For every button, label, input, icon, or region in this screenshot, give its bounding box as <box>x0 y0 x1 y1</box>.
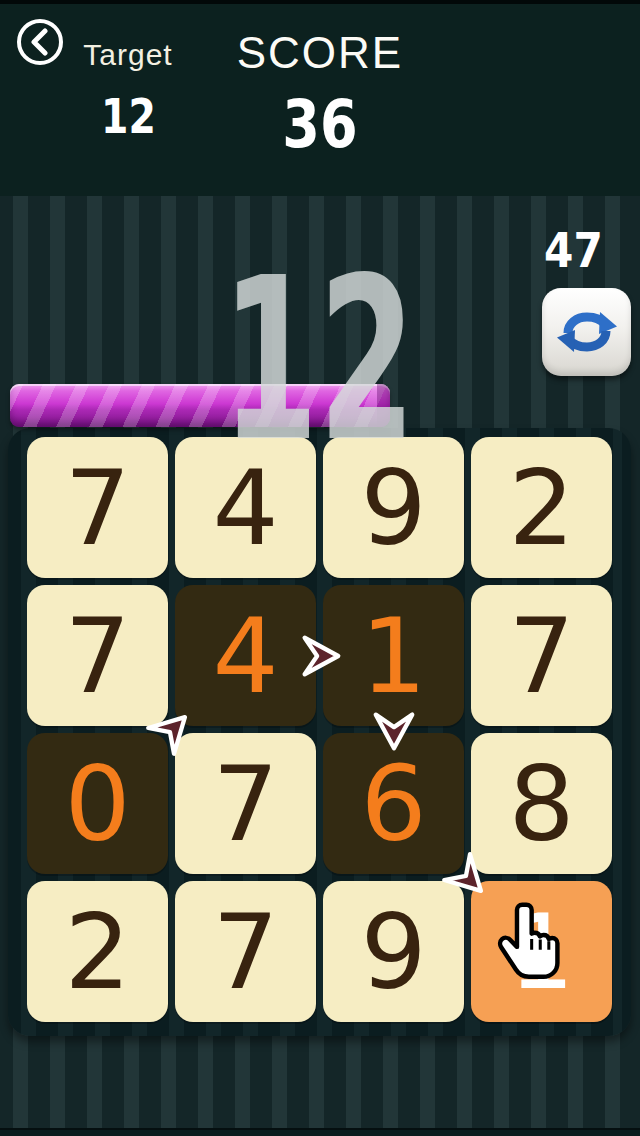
target-label: Target <box>50 38 206 72</box>
tile-r1c4[interactable]: 2 <box>471 437 612 578</box>
refresh-icon <box>554 300 620 364</box>
tile-r2c3[interactable]: 1 <box>323 585 464 726</box>
tile-r1c2[interactable]: 4 <box>175 437 316 578</box>
chevron-left-icon <box>28 28 52 56</box>
top-edge-line <box>0 0 640 4</box>
score-group: SCORE 36 <box>215 28 425 163</box>
board-grid: 7492741707682791 <box>27 437 612 1022</box>
target-value: 12 <box>50 88 206 144</box>
tile-r2c1[interactable]: 7 <box>27 585 168 726</box>
tile-r4c4[interactable]: 1 <box>471 881 612 1022</box>
tile-r3c3[interactable]: 6 <box>323 733 464 874</box>
tile-r4c2[interactable]: 7 <box>175 881 316 1022</box>
header-bar: Target 12 SCORE 36 <box>0 0 640 196</box>
game-screen: Target 12 SCORE 36 47 7492741707682791 1… <box>0 0 640 1136</box>
tile-r4c1[interactable]: 2 <box>27 881 168 1022</box>
shuffles-left-count: 47 <box>513 222 633 278</box>
tile-r3c2[interactable]: 7 <box>175 733 316 874</box>
target-group: Target 12 <box>50 38 206 144</box>
tile-r3c4[interactable]: 8 <box>471 733 612 874</box>
tile-r1c3[interactable]: 9 <box>323 437 464 578</box>
score-label: SCORE <box>215 28 425 78</box>
progress-bar <box>10 384 390 427</box>
score-value: 36 <box>215 86 425 163</box>
tile-r2c2[interactable]: 4 <box>175 585 316 726</box>
tile-r3c1[interactable]: 0 <box>27 733 168 874</box>
tile-r2c4[interactable]: 7 <box>471 585 612 726</box>
tile-r4c3[interactable]: 9 <box>323 881 464 1022</box>
tile-r1c1[interactable]: 7 <box>27 437 168 578</box>
shuffle-button[interactable] <box>542 288 631 376</box>
bottom-edge-strip <box>0 1128 640 1136</box>
